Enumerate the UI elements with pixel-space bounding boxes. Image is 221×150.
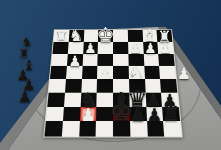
captured-black-pawn-6: ♟	[18, 89, 32, 105]
square-g6[interactable]	[64, 92, 81, 106]
square-f4[interactable]	[82, 66, 98, 79]
square-d1[interactable]	[113, 30, 128, 42]
piece-black-rook-a7[interactable]: ♜	[162, 104, 181, 125]
piece-white-pawn-c2[interactable]: ♟	[129, 42, 141, 56]
piece-white-rook-h1[interactable]: ♜	[55, 29, 69, 45]
piece-white-pawn-b2[interactable]: ♟	[144, 42, 156, 56]
piece-white-pawn-a2[interactable]: ♟	[159, 42, 171, 56]
square-h5[interactable]	[49, 79, 66, 92]
square-d2[interactable]	[113, 42, 128, 54]
piece-white-pawn-f2[interactable]: ♟	[84, 42, 96, 56]
square-d4[interactable]	[113, 66, 129, 79]
piece-white-knight-g1[interactable]: ♞	[69, 28, 83, 44]
piece-white-knight-c4[interactable]: ♞	[128, 64, 144, 82]
square-b4[interactable]	[144, 66, 160, 79]
square-h7[interactable]	[46, 107, 64, 122]
piece-white-king-e1[interactable]: ♚	[97, 25, 115, 45]
square-d3[interactable]	[113, 54, 128, 66]
chess-scene: ♜♞♚♝♜♟♟♟♟♟♟♞♞♝♛♟♟♟♚♟♟♜♞♜♝♟♟♟♟	[0, 0, 221, 150]
piece-white-pawn-f7[interactable]: ♟	[80, 107, 96, 125]
square-h3[interactable]	[51, 54, 67, 66]
captured-white-pawn-1: ♟	[177, 67, 191, 83]
square-g8[interactable]	[62, 121, 80, 136]
piece-black-pawn-c7[interactable]: ♟	[130, 107, 146, 125]
piece-white-pawn-e4[interactable]: ♟	[98, 67, 112, 82]
square-h8[interactable]	[44, 121, 62, 136]
square-h6[interactable]	[47, 92, 64, 106]
square-h4[interactable]	[50, 66, 67, 79]
square-a4[interactable]	[159, 66, 176, 79]
piece-black-pawn-b7[interactable]: ♟	[147, 107, 163, 125]
square-g7[interactable]	[63, 107, 80, 122]
piece-white-pawn-g3[interactable]: ♟	[68, 54, 81, 68]
